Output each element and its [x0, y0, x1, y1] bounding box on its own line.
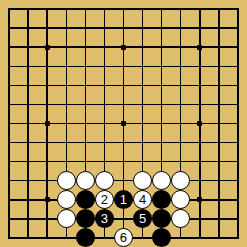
hoshi-point [45, 197, 50, 202]
stone-black-move-5: 5 [133, 209, 152, 228]
stone-white [171, 171, 190, 190]
stone-white-move-6: 6 [114, 228, 133, 247]
stone-white [57, 190, 76, 209]
stone-white [76, 171, 95, 190]
hoshi-point [121, 45, 126, 50]
stone-black-move-3: 3 [95, 209, 114, 228]
hoshi-point [197, 45, 202, 50]
stone-white [57, 209, 76, 228]
stone-black [152, 209, 171, 228]
stone-white-move-2: 2 [95, 190, 114, 209]
go-board-diagram: 214356 [0, 0, 247, 247]
move-number-label: 2 [101, 193, 108, 206]
move-number-label: 3 [101, 212, 108, 225]
board-surface[interactable]: 214356 [0, 0, 247, 247]
hoshi-point [197, 121, 202, 126]
stone-black [152, 190, 171, 209]
move-number-label: 5 [139, 212, 146, 225]
stone-black [152, 228, 171, 247]
move-number-label: 4 [139, 193, 146, 206]
stone-white [171, 209, 190, 228]
move-number-label: 6 [120, 231, 127, 244]
stone-black [76, 228, 95, 247]
stone-white [152, 171, 171, 190]
stone-white [171, 190, 190, 209]
stone-white [57, 171, 76, 190]
move-number-label: 1 [120, 193, 127, 206]
hoshi-point [121, 121, 126, 126]
stone-black [76, 209, 95, 228]
stone-white [95, 171, 114, 190]
stone-black-move-1: 1 [114, 190, 133, 209]
stone-white [133, 171, 152, 190]
stone-black [76, 190, 95, 209]
hoshi-point [197, 197, 202, 202]
hoshi-point [45, 45, 50, 50]
hoshi-point [45, 121, 50, 126]
stone-white-move-4: 4 [133, 190, 152, 209]
